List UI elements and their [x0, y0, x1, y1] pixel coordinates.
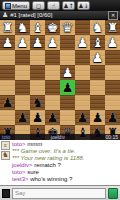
- square-f2[interactable]: ♟: [30, 35, 45, 50]
- square-d6[interactable]: [60, 95, 75, 110]
- chat-lines: toto> mmm*** Game over. It's a tie.*** Y…: [11, 140, 120, 185]
- opponent-name: toto: [2, 134, 10, 140]
- takeback-button[interactable]: ☝: [47, 1, 60, 10]
- square-f3[interactable]: [30, 50, 45, 65]
- square-h5[interactable]: [0, 80, 15, 95]
- chat-message: *** Game over. It's a tie.: [12, 148, 119, 155]
- square-g6[interactable]: [15, 95, 30, 110]
- square-d3[interactable]: [60, 50, 75, 65]
- black-pawn-icon: ♟: [62, 80, 74, 95]
- lines-glyph: ≡: [4, 142, 7, 149]
- board-area: ♜♞♝♚♛♞♜♟♟♟♟♟♝♟♟♟♟♟♞♟♟♟♟♟♟♜♝♚♛♝♞♜ toto jo…: [0, 20, 120, 140]
- square-a6[interactable]: [105, 95, 120, 110]
- square-a5[interactable]: [105, 80, 120, 95]
- game-clock: 00:15: [105, 134, 118, 140]
- square-e5[interactable]: [45, 80, 60, 95]
- square-b7[interactable]: ♟: [90, 110, 105, 125]
- square-c2[interactable]: ♟: [75, 35, 90, 50]
- square-e3[interactable]: [45, 50, 60, 65]
- white-knight-icon: ♞: [92, 20, 104, 35]
- chat-console: ≡ ♞ toto> mmm*** Game over. It's a tie.*…: [0, 140, 120, 185]
- white-pawn-icon: ♟: [17, 35, 29, 50]
- player-name: joeldiv: [51, 134, 65, 140]
- board-button[interactable]: ◻: [32, 1, 45, 10]
- white-pawn-icon: ♟: [32, 35, 44, 50]
- square-a4[interactable]: [105, 65, 120, 80]
- status-strip: toto joeldiv 00:15: [0, 134, 120, 140]
- square-a1[interactable]: ♜: [105, 20, 120, 35]
- square-b6[interactable]: [90, 95, 105, 110]
- square-h7[interactable]: [0, 110, 15, 125]
- square-c5[interactable]: [75, 80, 90, 95]
- square-g4[interactable]: [15, 65, 30, 80]
- white-pawn-icon: ♟: [2, 35, 14, 50]
- chat-message: joeldiv> rematch ?: [12, 162, 119, 169]
- black-pawn-icon: ♟: [107, 110, 119, 125]
- square-e1[interactable]: ♚: [45, 20, 60, 35]
- top-toolbar: Menu ◻ ☝ ♟↑ ♟↓: [0, 0, 120, 11]
- white-rook-icon: ♜: [107, 20, 119, 35]
- square-f1[interactable]: ♝: [30, 20, 45, 35]
- square-d2[interactable]: [60, 35, 75, 50]
- square-e2[interactable]: ♟: [45, 35, 60, 50]
- chess-board: ♜♞♝♚♛♞♜♟♟♟♟♟♝♟♟♟♟♟♞♟♟♟♟♟♟♜♝♚♛♝♞♜: [0, 20, 120, 140]
- black-pawn-icon: ♟: [2, 11, 8, 19]
- game-chat-tab-icon[interactable]: ♞: [1, 151, 10, 160]
- square-c7[interactable]: ♟: [75, 110, 90, 125]
- menu-button-label: Menu: [12, 3, 27, 9]
- black-pawn-icon: ♟: [17, 110, 29, 125]
- square-b3[interactable]: ♟: [90, 50, 105, 65]
- square-d1[interactable]: ♛: [60, 20, 75, 35]
- square-d7[interactable]: [60, 110, 75, 125]
- white-pawn-icon: ♟: [62, 65, 74, 80]
- square-c6[interactable]: [75, 95, 90, 110]
- chat-message: *** Your new rating is 1188.: [12, 155, 119, 162]
- black-knight-icon: ♞: [32, 95, 44, 110]
- close-tab-button[interactable]: ✕: [108, 11, 118, 20]
- square-b2[interactable]: ♝: [90, 35, 105, 50]
- square-g2[interactable]: ♟: [15, 35, 30, 50]
- black-pawn-icon: ♟: [92, 110, 104, 125]
- square-g3[interactable]: [15, 50, 30, 65]
- pawn-down-icon: ♟↓: [78, 2, 88, 10]
- white-bishop-icon: ♝: [92, 35, 104, 50]
- send-button[interactable]: [108, 188, 118, 199]
- game-tab-bar: ♟ #1 [rated] [0/60] ✕: [0, 11, 120, 20]
- square-h2[interactable]: ♟: [0, 35, 15, 50]
- white-bishop-icon: ♝: [32, 20, 44, 35]
- chat-tab-column: ≡ ♞: [0, 140, 11, 185]
- chat-message: toto> sure: [12, 169, 119, 176]
- white-king-icon: ♚: [47, 20, 59, 35]
- square-e7[interactable]: ♟: [45, 110, 60, 125]
- chess-app-window: Menu ◻ ☝ ♟↑ ♟↓ ♟ #1 [rated] [0/60] ✕ ♜♞♝…: [0, 0, 120, 200]
- black-pawn-icon: ♟: [2, 95, 14, 110]
- square-d4[interactable]: ♟: [60, 65, 75, 80]
- game-tab-title[interactable]: #1 [rated] [0/60]: [10, 12, 52, 18]
- say-input[interactable]: [12, 188, 106, 199]
- square-g7[interactable]: ♟: [15, 110, 30, 125]
- pawn-up-icon: ♟↑: [63, 2, 73, 10]
- square-c3[interactable]: [75, 50, 90, 65]
- square-h3[interactable]: [0, 50, 15, 65]
- menu-grid-icon: [5, 3, 11, 9]
- square-a3[interactable]: [105, 50, 120, 65]
- square-e6[interactable]: [45, 95, 60, 110]
- white-pawn-icon: ♟: [107, 35, 119, 50]
- chat-input-bar: [0, 185, 120, 200]
- square-f4[interactable]: [30, 65, 45, 80]
- square-h4[interactable]: [0, 65, 15, 80]
- square-g1[interactable]: ♞: [15, 20, 30, 35]
- black-pawn-icon: ♟: [77, 110, 89, 125]
- pawn-up-button[interactable]: ♟↑: [62, 1, 75, 10]
- square-a2[interactable]: ♟: [105, 35, 120, 50]
- chat-mode-button[interactable]: [2, 189, 10, 198]
- menu-button[interactable]: Menu: [2, 1, 30, 10]
- square-a7[interactable]: ♟: [105, 110, 120, 125]
- square-c4[interactable]: [75, 65, 90, 80]
- square-c1[interactable]: [75, 20, 90, 35]
- square-f7[interactable]: ♟: [30, 110, 45, 125]
- square-d5[interactable]: ♟: [60, 80, 75, 95]
- white-pawn-icon: ♟: [77, 35, 89, 50]
- white-rook-icon: ♜: [2, 20, 14, 35]
- knight-glyph: ♞: [2, 152, 8, 159]
- white-knight-icon: ♞: [17, 20, 29, 35]
- square-h6[interactable]: ♟: [0, 95, 15, 110]
- square-g5[interactable]: [15, 80, 30, 95]
- chat-message: test3> who's winning ?: [12, 176, 119, 183]
- square-e4[interactable]: [45, 65, 60, 80]
- square-b1[interactable]: ♞: [90, 20, 105, 35]
- square-f6[interactable]: ♞: [30, 95, 45, 110]
- chat-message: toto> mmm: [12, 141, 119, 148]
- white-queen-icon: ♛: [62, 20, 74, 35]
- pointing-hand-icon: ☝: [52, 2, 56, 10]
- empty-square-icon: ◻: [36, 2, 41, 10]
- square-f5[interactable]: [30, 80, 45, 95]
- square-b4[interactable]: [90, 65, 105, 80]
- square-h1[interactable]: ♜: [0, 20, 15, 35]
- black-pawn-icon: ♟: [47, 110, 59, 125]
- console-tab-icon[interactable]: ≡: [1, 141, 10, 150]
- black-pawn-icon: ♟: [32, 110, 44, 125]
- white-pawn-icon: ♟: [47, 35, 59, 50]
- square-b5[interactable]: [90, 80, 105, 95]
- white-pawn-icon: ♟: [92, 50, 104, 65]
- pawn-down-button[interactable]: ♟↓: [77, 1, 90, 10]
